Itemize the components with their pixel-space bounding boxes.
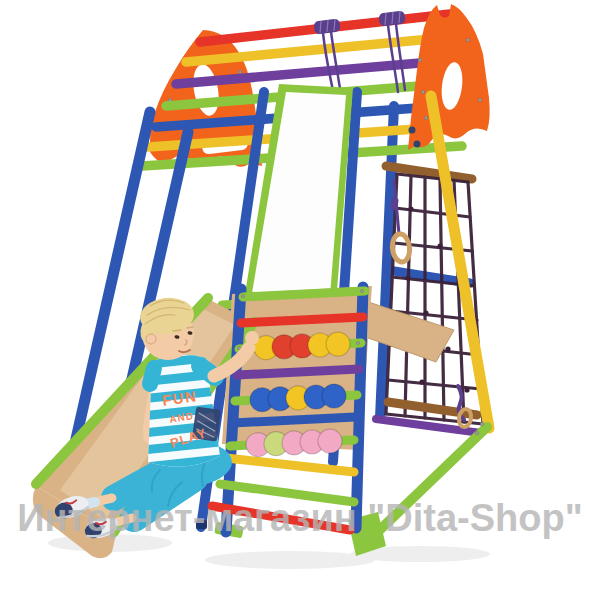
ladder-rail-right bbox=[356, 287, 363, 528]
abacus-bead bbox=[326, 332, 350, 356]
abacus-bar-blue bbox=[233, 417, 355, 423]
right-gable-panel bbox=[408, 4, 490, 150]
child-ear bbox=[146, 334, 156, 344]
product-photo: FUN AND PLAY Интернет-магазин "Dita-Shop… bbox=[0, 0, 600, 600]
child-hand-right bbox=[245, 331, 259, 345]
abacus-bead bbox=[322, 384, 346, 408]
gym-ring bbox=[391, 233, 411, 263]
abacus bbox=[246, 332, 350, 457]
abacus-bar-green-top bbox=[243, 291, 365, 297]
watermark-text: Интернет-магазин "Dita-Shop" bbox=[0, 499, 600, 537]
abacus-bar-red bbox=[241, 317, 363, 323]
gable-knob bbox=[414, 141, 421, 148]
child-sleeve bbox=[150, 368, 154, 384]
abacus-bead bbox=[318, 429, 342, 453]
gable-knob bbox=[409, 127, 416, 134]
abacus-bar-purple bbox=[237, 369, 359, 375]
